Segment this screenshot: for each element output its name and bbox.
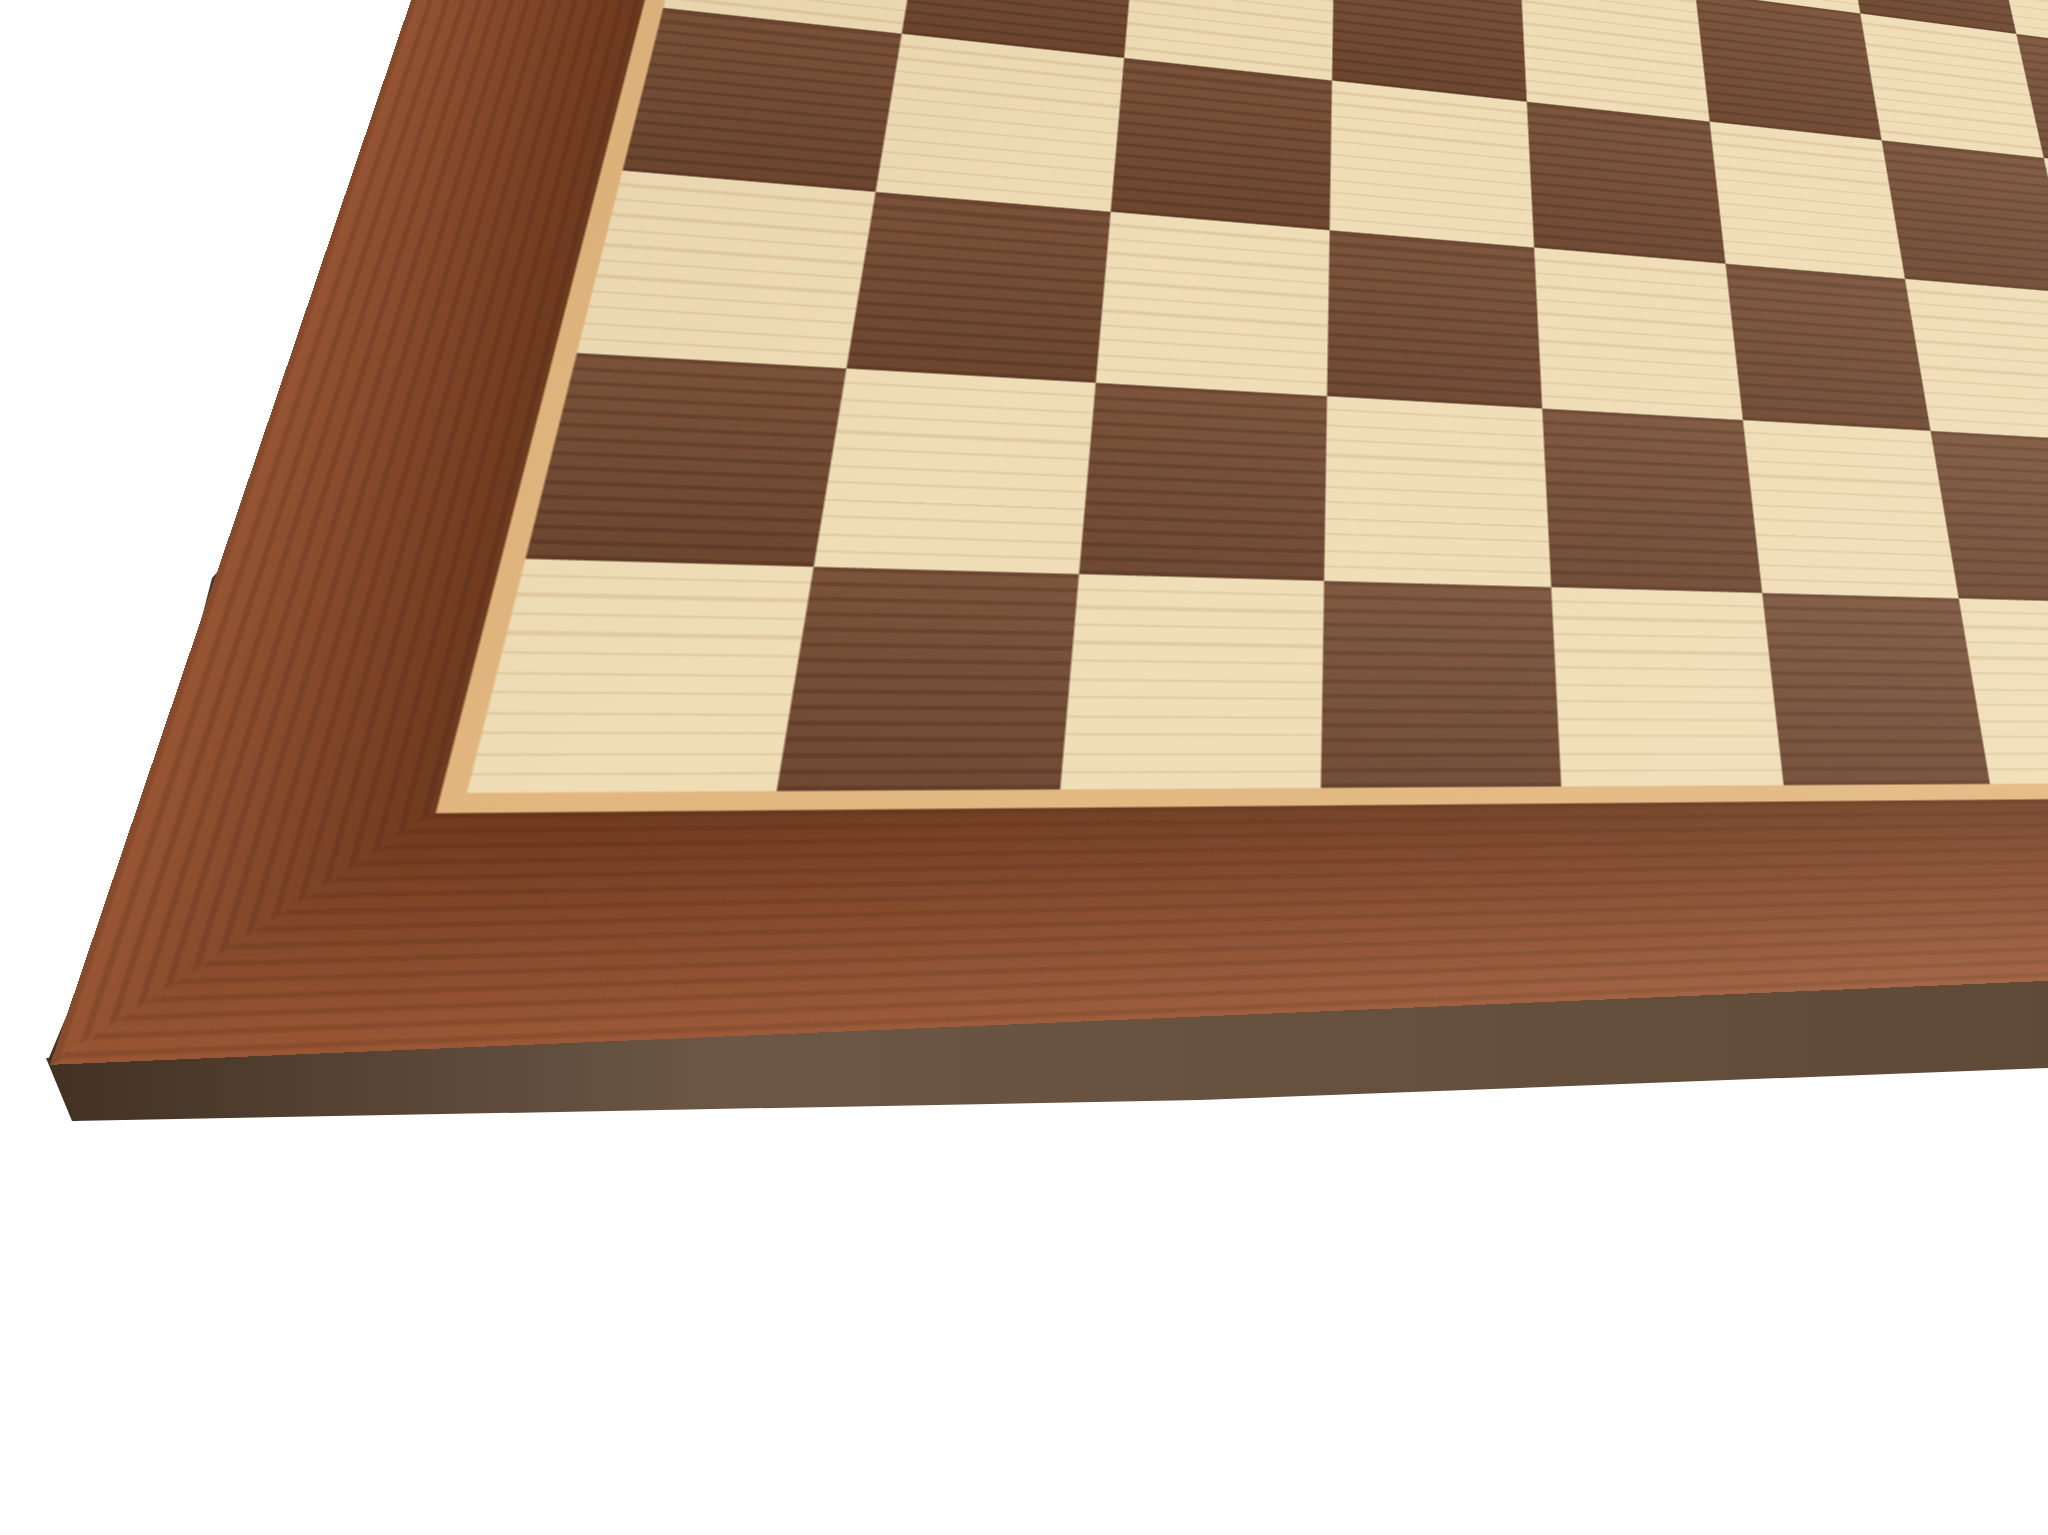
square-dark [1695,0,1881,140]
square-light [1330,81,1534,248]
square-dark [1542,409,1762,593]
square-dark [1079,383,1327,581]
square-light [814,368,1096,574]
square-dark [1327,230,1542,408]
square-light [1743,420,1959,598]
chessboard [50,0,2048,1065]
square-light [876,34,1125,212]
product-photo-canvas [0,0,2048,1535]
square-dark [1111,58,1332,230]
square-dark [1882,140,2048,293]
square-dark [1725,264,1930,431]
square-dark [1321,581,1561,788]
square-light [577,171,876,369]
square-light [1710,122,1905,279]
square-dark [525,353,846,567]
square-dark [1527,102,1726,264]
square-light [467,559,814,793]
square-light [1096,212,1330,396]
square-light [1551,587,1783,786]
square-dark [777,567,1079,791]
square-dark [623,8,902,192]
square-dark [1762,593,1990,785]
square-light [1060,574,1324,789]
square-dark [846,192,1110,383]
square-light [1534,248,1743,421]
square-light [1324,396,1551,587]
playing-field [467,0,2048,793]
